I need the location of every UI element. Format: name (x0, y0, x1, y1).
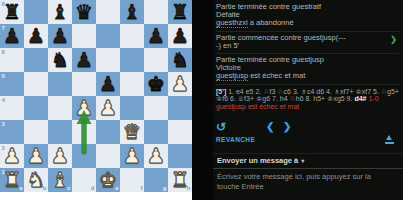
msg-text: Partie commencée contre (216, 34, 304, 42)
chat-msg-game-ended-1: Partie terminée contre guestratf Défaite… (216, 1, 399, 32)
send-message-label: Envoyer un message à (217, 156, 298, 165)
square-b8[interactable] (24, 0, 48, 24)
black-rook-a8[interactable]: ♜ (0, 0, 24, 24)
next-move-button[interactable]: ❯ (283, 122, 291, 132)
white-pawn-h5[interactable]: ♟ (168, 72, 192, 96)
square-g7[interactable]: ♟ (144, 24, 168, 48)
square-g8[interactable] (144, 0, 168, 24)
square-h6[interactable]: ♞ (168, 48, 192, 72)
square-g3[interactable] (144, 120, 168, 144)
square-g5[interactable]: ♚ (144, 72, 168, 96)
black-pawn-g7[interactable]: ♟ (144, 24, 168, 48)
msg-text: a abandonné (248, 19, 294, 27)
square-f8[interactable]: ♝ (120, 0, 144, 24)
square-e1[interactable]: e♚ (96, 168, 120, 192)
white-pawn-e4[interactable]: ♟ (96, 96, 120, 120)
square-b1[interactable]: b♞ (24, 168, 48, 192)
rematch-label: REVANCHE (216, 136, 268, 143)
square-c5[interactable] (48, 72, 72, 96)
square-e7[interactable] (96, 24, 120, 48)
send-message-header[interactable]: Envoyer un message à▾ (213, 153, 403, 169)
msg-text: Partie terminée contre (216, 3, 292, 11)
square-g4[interactable] (144, 96, 168, 120)
input-placeholder: touche Entrée (217, 182, 399, 192)
rank-label: 5 (2, 73, 5, 79)
msg-text: est échec et mat (248, 72, 305, 80)
white-pawn-f2[interactable]: ♟ (120, 144, 144, 168)
square-a7[interactable]: 7♟ (0, 24, 24, 48)
square-a1[interactable]: 1a♜ (0, 168, 24, 192)
square-d3[interactable] (72, 120, 96, 144)
white-queen-f3[interactable]: ♛ (120, 120, 144, 144)
square-h2[interactable] (168, 144, 192, 168)
square-d5[interactable] (72, 72, 96, 96)
white-bishop-c1[interactable]: ♝ (48, 168, 72, 192)
chess-board[interactable]: 8♜♝♛♝♜7♟♟♟♟♟6♞♟♞5♟♚♟4♟♟3♛2♟♟♟♟♟1a♜b♞c♝de… (0, 0, 192, 192)
square-d1[interactable]: d (72, 168, 96, 192)
white-knight-b1[interactable]: ♞ (24, 168, 48, 192)
prev-move-button[interactable]: ❮ (266, 122, 274, 132)
analysis-board-icon[interactable] (384, 135, 395, 144)
black-pawn-h7[interactable]: ♟ (168, 24, 192, 48)
abandon-line: guesthzxl a abandonné (216, 19, 399, 27)
game-ended-line: Partie terminée contre guestratf (216, 3, 399, 11)
square-h1[interactable]: h♜ (168, 168, 192, 192)
result-label-defeat: Défaite (216, 11, 399, 19)
black-pawn-d6[interactable]: ♟ (72, 48, 96, 72)
square-f7[interactable] (120, 24, 144, 48)
file-label: d (91, 185, 95, 191)
square-h7[interactable]: ♟ (168, 24, 192, 48)
chat-log: Partie terminée contre guestratf Défaite… (213, 0, 403, 110)
rematch-icon: ↺ (216, 121, 268, 133)
square-d8[interactable]: ♛ (72, 0, 96, 24)
chat-msg-game-started[interactable]: Partie commencée contre guestjusp(--- -)… (216, 32, 399, 54)
board-grid[interactable]: 8♜♝♛♝♜7♟♟♟♟♟6♞♟♞5♟♚♟4♟♟3♛2♟♟♟♟♟1a♜b♞c♝de… (0, 0, 192, 192)
square-f5[interactable] (120, 72, 144, 96)
square-e8[interactable] (96, 0, 120, 24)
square-g1[interactable]: g (144, 168, 168, 192)
black-pawn-e5[interactable]: ♟ (96, 72, 120, 96)
rematch-button[interactable]: ↺ REVANCHE (216, 121, 268, 143)
black-rook-h8[interactable]: ♜ (168, 0, 192, 24)
rank-label: 4 (2, 97, 5, 103)
square-e4[interactable]: ♟ (96, 96, 120, 120)
game-link[interactable]: [5'] (216, 88, 226, 95)
square-c8[interactable]: ♝ (48, 0, 72, 24)
msg-text: Partie terminée contre (216, 56, 292, 64)
username-link[interactable]: guestjusp (216, 72, 248, 80)
white-pawn-a2[interactable]: ♟ (0, 144, 24, 168)
square-h8[interactable]: ♜ (168, 0, 192, 24)
square-e5[interactable]: ♟ (96, 72, 120, 96)
arrow-up-shape (386, 135, 392, 140)
square-a3[interactable]: 3 (0, 120, 24, 144)
square-b6[interactable] (24, 48, 48, 72)
square-h4[interactable] (168, 96, 192, 120)
square-f1[interactable]: f (120, 168, 144, 192)
square-b3[interactable] (24, 120, 48, 144)
input-placeholder: Écrivez votre message ici, puis appuyez … (217, 172, 399, 182)
file-label: g (163, 185, 167, 191)
square-a2[interactable]: 2♟ (0, 144, 24, 168)
game-started-line: Partie commencée contre guestjusp(--- (216, 34, 399, 42)
game-ended-line: Partie terminée contre guestjusp (216, 56, 399, 64)
white-pawn-b2[interactable]: ♟ (24, 144, 48, 168)
username-link[interactable]: guesthzxl (216, 19, 248, 27)
black-pawn-b7[interactable]: ♟ (24, 24, 48, 48)
chevron-right-icon[interactable]: ❯ (390, 36, 397, 44)
white-pawn-c2[interactable]: ♟ (48, 144, 72, 168)
black-pawn-c7[interactable]: ♟ (48, 24, 72, 48)
black-bishop-f8[interactable]: ♝ (120, 0, 144, 24)
square-f6[interactable] (120, 48, 144, 72)
username-link[interactable]: guestratf (292, 3, 321, 11)
square-a6[interactable]: 6 (0, 48, 24, 72)
square-b4[interactable] (24, 96, 48, 120)
white-king-e1[interactable]: ♚ (96, 168, 120, 192)
square-e6[interactable] (96, 48, 120, 72)
black-king-g5[interactable]: ♚ (144, 72, 168, 96)
black-bishop-c8[interactable]: ♝ (48, 0, 72, 24)
white-rook-a1[interactable]: ♜ (0, 168, 24, 192)
square-e2[interactable] (96, 144, 120, 168)
white-pawn-g2[interactable]: ♟ (144, 144, 168, 168)
white-rook-h1[interactable]: ♜ (168, 168, 192, 192)
chat-panel: Partie terminée contre guestratf Défaite… (213, 0, 403, 200)
square-e3[interactable] (96, 120, 120, 144)
black-knight-c6[interactable]: ♞ (48, 48, 72, 72)
rank-label: 3 (2, 121, 5, 127)
black-knight-h6[interactable]: ♞ (168, 48, 192, 72)
msg-text: (--- (336, 34, 346, 42)
time-control-line: -) en 5' (216, 42, 399, 50)
square-b7[interactable]: ♟ (24, 24, 48, 48)
square-d4[interactable]: ♟ (72, 96, 96, 120)
square-c7[interactable]: ♟ (48, 24, 72, 48)
square-g2[interactable]: ♟ (144, 144, 168, 168)
square-d7[interactable] (72, 24, 96, 48)
square-f2[interactable]: ♟ (120, 144, 144, 168)
square-f3[interactable]: ♛ (120, 120, 144, 144)
square-f4[interactable] (120, 96, 144, 120)
square-h3[interactable] (168, 120, 192, 144)
chat-msg-game-ended-2: Partie terminée contre guestjusp Victoir… (216, 54, 399, 85)
square-g6[interactable] (144, 48, 168, 72)
tray-shape (385, 142, 394, 144)
move-list: [5'] 1. e4 e5 2. ♘f3 ♘c6 3. ♗c4 d6 4. ♗x… (216, 85, 399, 111)
square-b5[interactable] (24, 72, 48, 96)
square-d6[interactable]: ♟ (72, 48, 96, 72)
checkmate-line: guestjusp est échec et mat (216, 72, 399, 80)
username-link[interactable]: guestjusp (292, 56, 324, 64)
chevron-down-icon: ▾ (301, 158, 304, 164)
black-queen-d8[interactable]: ♛ (72, 0, 96, 24)
result-label-victory: Victoire (216, 64, 399, 72)
black-pawn-a7[interactable]: ♟ (0, 24, 24, 48)
square-c1[interactable]: c♝ (48, 168, 72, 192)
rank-label: 6 (2, 49, 5, 55)
mate-move: d4# (354, 95, 366, 102)
square-c6[interactable]: ♞ (48, 48, 72, 72)
square-h5[interactable]: ♟ (168, 72, 192, 96)
app-screen: 8♜♝♛♝♜7♟♟♟♟♟6♞♟♞5♟♚♟4♟♟3♛2♟♟♟♟♟1a♜b♞c♝de… (0, 0, 412, 200)
square-c2[interactable]: ♟ (48, 144, 72, 168)
square-c4[interactable] (48, 96, 72, 120)
square-a5[interactable]: 5 (0, 72, 24, 96)
postgame-button-row: ↺ REVANCHE ❮ ❯ (213, 115, 403, 151)
file-label: f (141, 185, 143, 191)
board-panel-gap (192, 0, 213, 200)
square-d2[interactable] (72, 144, 96, 168)
square-b2[interactable]: ♟ (24, 144, 48, 168)
white-pawn-d4[interactable]: ♟ (72, 96, 96, 120)
username-link[interactable]: guestjusp (304, 34, 336, 42)
chat-message-input[interactable]: Écrivez votre message ici, puis appuyez … (213, 169, 403, 194)
square-c3[interactable] (48, 120, 72, 144)
square-a4[interactable]: 4 (0, 96, 24, 120)
square-a8[interactable]: 8♜ (0, 0, 24, 24)
